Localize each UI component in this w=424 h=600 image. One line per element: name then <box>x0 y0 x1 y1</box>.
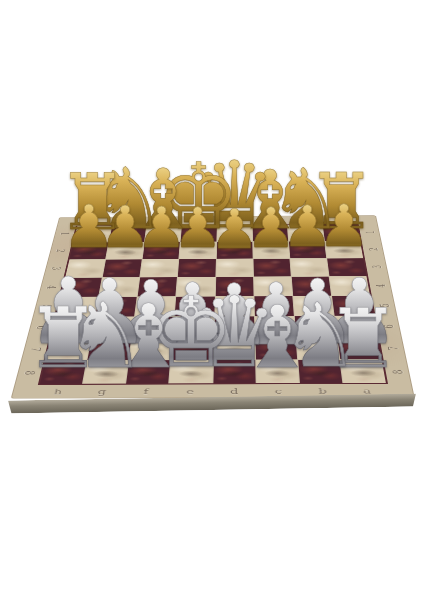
product-photo: 1234567812345678hgfedcba ♜♞♝♛♚♝♞♜♟♟♟♟♟♟♟… <box>0 0 424 600</box>
piece-silver-rook-h8[interactable]: ♜ <box>26 297 101 381</box>
piece-gold-pawn-h2[interactable]: ♟ <box>63 198 116 257</box>
pieces-layer: ♜♞♝♛♚♝♞♜♟♟♟♟♟♟♟♟♟♟♟♟♟♟♟♟♜♞♝♛♚♝♞♜ <box>0 0 424 600</box>
